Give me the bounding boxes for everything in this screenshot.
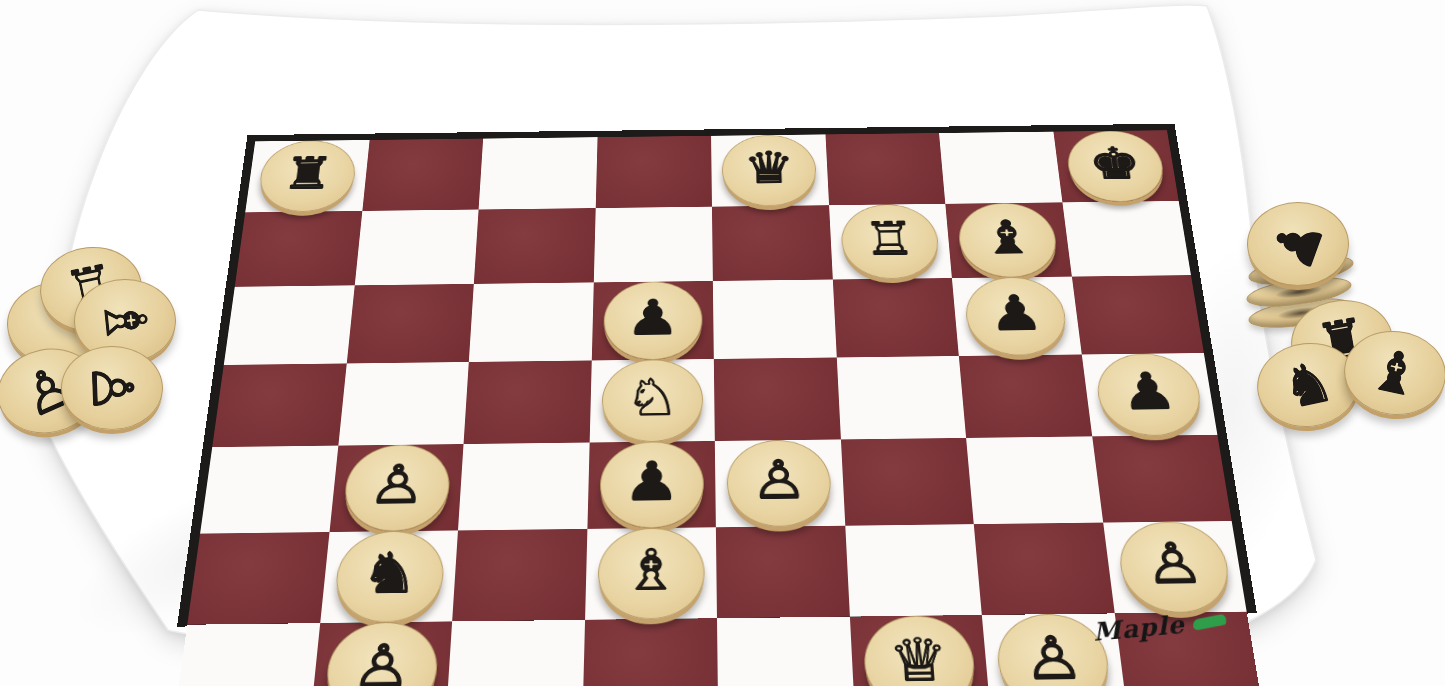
square-d5[interactable]: ♘: [589, 359, 715, 443]
pawn-icon: ♟: [625, 294, 679, 342]
square-a2[interactable]: [174, 623, 320, 686]
square-b7[interactable]: [354, 210, 478, 286]
square-c2[interactable]: [446, 620, 585, 686]
square-a8[interactable]: ♜: [245, 140, 369, 212]
square-a3[interactable]: [187, 532, 329, 625]
square-c5[interactable]: [464, 360, 592, 444]
square-f5[interactable]: [836, 356, 966, 439]
square-c4[interactable]: [458, 443, 589, 531]
square-a6[interactable]: [224, 285, 355, 365]
square-f4[interactable]: [840, 438, 973, 526]
knight-icon: ♞: [1278, 352, 1339, 417]
square-h7[interactable]: [1062, 201, 1191, 277]
piece-black-bishop-g7[interactable]: ♝: [956, 203, 1060, 278]
square-e3[interactable]: [716, 526, 850, 619]
pawn-icon: ♙: [367, 459, 428, 512]
square-g8[interactable]: [939, 132, 1062, 204]
square-d7[interactable]: [593, 207, 713, 283]
piece-black-pawn-d4[interactable]: ♟: [599, 441, 704, 529]
piece-black-pawn-d6[interactable]: ♟: [603, 281, 703, 360]
square-h4[interactable]: [1092, 435, 1232, 523]
piece-black-knight-b3[interactable]: ♞: [332, 531, 446, 623]
square-b2[interactable]: ♙: [310, 622, 452, 686]
square-d8[interactable]: [595, 136, 712, 208]
piece-white-pawn-b4[interactable]: ♙: [341, 444, 452, 532]
queen-icon: ♛: [743, 146, 796, 190]
bishop-icon: ♝: [979, 215, 1037, 261]
pawn-icon: ♙: [750, 454, 808, 507]
square-d4[interactable]: ♟: [587, 441, 716, 529]
piece-white-pawn-h3[interactable]: ♙: [1115, 521, 1235, 613]
square-c7[interactable]: [474, 208, 595, 284]
queen-icon: ♕: [887, 631, 951, 686]
square-g7[interactable]: ♝: [945, 202, 1071, 278]
square-a4[interactable]: [200, 446, 338, 534]
square-f6[interactable]: [832, 278, 958, 357]
bishop-icon: ♗: [622, 543, 681, 599]
piece-black-pawn-h5[interactable]: ♟: [1093, 353, 1206, 436]
square-b5[interactable]: [338, 362, 469, 446]
square-g3[interactable]: [974, 523, 1114, 615]
square-b3[interactable]: ♞: [320, 530, 458, 623]
square-b6[interactable]: [346, 284, 474, 364]
bishop-icon: ♗: [95, 293, 156, 349]
board-perspective-wrapper: ♜♛♚♖♝♟♟♘♟♙♟♙♞♗♙♙♕♙♔: [177, 124, 1257, 627]
square-c6[interactable]: [469, 282, 594, 362]
square-e5[interactable]: [714, 357, 841, 441]
pawn-icon: ♙: [1140, 536, 1206, 592]
square-b8[interactable]: [362, 139, 483, 211]
square-c3[interactable]: [452, 529, 587, 622]
square-g6[interactable]: ♟: [952, 277, 1081, 356]
piece-black-king-h8[interactable]: ♚: [1064, 130, 1168, 202]
square-d2[interactable]: [582, 618, 718, 686]
piece-white-pawn-e4[interactable]: ♙: [726, 440, 832, 528]
square-f8[interactable]: [825, 133, 945, 205]
knight-icon: ♞: [358, 546, 421, 602]
photo-canvas: ♜♛♚♖♝♟♟♘♟♙♟♙♞♗♙♙♕♙♔ ♖♗♙♙ ♟♜♞♝ Maple: [0, 0, 1445, 686]
square-e4[interactable]: ♙: [715, 439, 845, 527]
piece-black-pawn-g6[interactable]: ♟: [963, 277, 1070, 356]
pawn-icon: ♙: [350, 638, 415, 686]
pawn-icon: ♟: [1117, 367, 1180, 418]
square-a5[interactable]: [212, 363, 346, 447]
chess-board: ♜♛♚♖♝♟♟♘♟♙♟♙♞♗♙♙♕♙♔: [177, 124, 1257, 627]
square-f7[interactable]: ♖: [829, 204, 952, 280]
pawn-icon: ♙: [83, 362, 141, 414]
square-e2[interactable]: [717, 617, 854, 686]
square-f2[interactable]: ♕: [849, 615, 990, 686]
captured-black-pawn-disc[interactable]: ♟: [1247, 202, 1349, 286]
square-g4[interactable]: [966, 436, 1103, 524]
square-e8[interactable]: ♛: [711, 134, 829, 206]
square-e7[interactable]: [712, 205, 832, 281]
bishop-icon: ♝: [1365, 340, 1426, 405]
piece-black-rook-a8[interactable]: ♜: [256, 140, 359, 212]
pawn-icon: ♙: [1020, 629, 1086, 686]
piece-white-bishop-d3[interactable]: ♗: [597, 527, 705, 619]
square-b4[interactable]: ♙: [329, 444, 463, 532]
rook-icon: ♖: [862, 216, 918, 262]
piece-white-rook-f7[interactable]: ♖: [839, 204, 940, 279]
king-icon: ♚: [1086, 142, 1144, 186]
piece-white-pawn-b2[interactable]: ♙: [322, 622, 439, 686]
captured-white-pawn-disc[interactable]: ♙: [61, 346, 163, 430]
disc-symbol-smudge: [1276, 284, 1323, 300]
pawn-icon: ♟: [986, 290, 1045, 338]
piece-white-queen-f2[interactable]: ♕: [862, 615, 978, 686]
piece-black-queen-e8[interactable]: ♛: [722, 135, 818, 207]
square-c8[interactable]: [479, 137, 598, 209]
square-h8[interactable]: ♚: [1053, 130, 1179, 202]
piece-white-knight-d5[interactable]: ♘: [601, 359, 703, 442]
pawn-icon: ♟: [623, 455, 680, 508]
pawn-icon: ♟: [1263, 211, 1333, 277]
knight-icon: ♘: [624, 373, 680, 424]
square-g5[interactable]: [959, 354, 1092, 437]
square-e6[interactable]: [713, 279, 836, 358]
rook-icon: ♜: [280, 152, 337, 196]
square-h6[interactable]: [1071, 275, 1203, 354]
square-h5[interactable]: ♟: [1081, 353, 1217, 436]
square-f3[interactable]: [845, 524, 982, 617]
maple-logo-leaf-icon: [1192, 613, 1227, 631]
square-a7[interactable]: [235, 211, 362, 287]
square-d6[interactable]: ♟: [591, 281, 714, 361]
square-d3[interactable]: ♗: [585, 527, 717, 620]
square-h3[interactable]: ♙: [1103, 521, 1247, 613]
